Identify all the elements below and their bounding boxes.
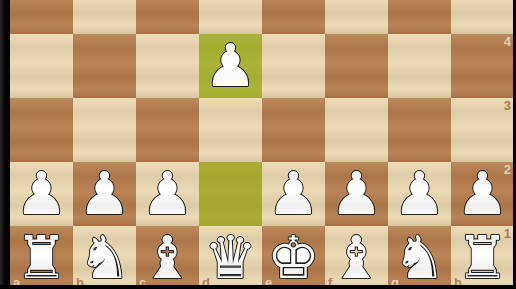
file-label-g: g	[391, 276, 399, 289]
square-a3[interactable]	[10, 98, 73, 162]
square-a5[interactable]	[10, 0, 73, 34]
square-f1[interactable]: ♝f	[325, 226, 388, 289]
square-d2[interactable]	[199, 162, 262, 226]
square-e1[interactable]: ♚e	[262, 226, 325, 289]
white-bishop[interactable]: ♝	[325, 227, 388, 289]
square-c1[interactable]: ♝c	[136, 226, 199, 289]
square-f2[interactable]: ♟	[325, 162, 388, 226]
square-b3[interactable]	[73, 98, 136, 162]
rank-label-4: 4	[504, 35, 511, 49]
square-e5[interactable]	[262, 0, 325, 34]
file-label-c: c	[139, 276, 146, 289]
square-h3[interactable]: 3	[451, 98, 514, 162]
rank-label-3: 3	[504, 99, 511, 113]
square-f5[interactable]	[325, 0, 388, 34]
white-pawn[interactable]: ♟	[388, 163, 451, 225]
white-pawn[interactable]: ♟	[73, 163, 136, 225]
file-label-f: f	[328, 276, 332, 289]
square-e2[interactable]: ♟	[262, 162, 325, 226]
square-e3[interactable]	[262, 98, 325, 162]
file-label-e: e	[265, 276, 272, 289]
chess-board: 5♟43♟♟♟♟♟♟♟2♜a♞b♝c♛d♚e♝f♞g♜h1	[10, 0, 514, 289]
white-pawn[interactable]: ♟	[325, 163, 388, 225]
square-g3[interactable]	[388, 98, 451, 162]
square-b1[interactable]: ♞b	[73, 226, 136, 289]
rank-label-1: 1	[504, 227, 511, 241]
square-d3[interactable]	[199, 98, 262, 162]
square-b2[interactable]: ♟	[73, 162, 136, 226]
chess-app-screen: 5♟43♟♟♟♟♟♟♟2♜a♞b♝c♛d♚e♝f♞g♜h1	[0, 0, 516, 289]
square-f3[interactable]	[325, 98, 388, 162]
file-label-b: b	[76, 276, 84, 289]
white-pawn[interactable]: ♟	[136, 163, 199, 225]
square-c5[interactable]	[136, 0, 199, 34]
square-b5[interactable]	[73, 0, 136, 34]
square-a4[interactable]	[10, 34, 73, 98]
square-c2[interactable]: ♟	[136, 162, 199, 226]
white-pawn[interactable]: ♟	[199, 35, 262, 97]
square-d1[interactable]: ♛d	[199, 226, 262, 289]
file-label-d: d	[202, 276, 210, 289]
square-c3[interactable]	[136, 98, 199, 162]
square-b4[interactable]	[73, 34, 136, 98]
square-h2[interactable]: ♟2	[451, 162, 514, 226]
file-label-a: a	[13, 276, 20, 289]
white-pawn[interactable]: ♟	[262, 163, 325, 225]
square-g5[interactable]	[388, 0, 451, 34]
square-e4[interactable]	[262, 34, 325, 98]
white-pawn[interactable]: ♟	[10, 163, 73, 225]
square-h1[interactable]: ♜h1	[451, 226, 514, 289]
square-a2[interactable]: ♟	[10, 162, 73, 226]
square-f4[interactable]	[325, 34, 388, 98]
square-d4[interactable]: ♟	[199, 34, 262, 98]
square-g1[interactable]: ♞g	[388, 226, 451, 289]
square-d5[interactable]	[199, 0, 262, 34]
square-a1[interactable]: ♜a	[10, 226, 73, 289]
square-c4[interactable]	[136, 34, 199, 98]
square-h4[interactable]: 4	[451, 34, 514, 98]
rank-label-2: 2	[504, 163, 511, 177]
file-label-h: h	[454, 276, 462, 289]
square-g4[interactable]	[388, 34, 451, 98]
left-black-border	[0, 0, 10, 289]
square-h5[interactable]: 5	[451, 0, 514, 34]
square-g2[interactable]: ♟	[388, 162, 451, 226]
